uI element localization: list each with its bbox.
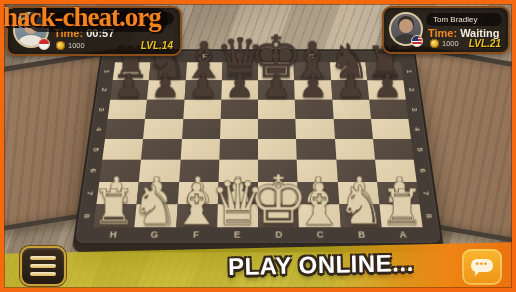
coin-row-right: 1000 (430, 39, 459, 48)
rank-label: 1 (95, 66, 118, 76)
square-E8[interactable]: ♛ (217, 204, 258, 227)
file-label: B (340, 228, 383, 241)
square-A5[interactable] (373, 139, 414, 160)
hamburger-menu-icon (30, 256, 56, 260)
square-B2[interactable]: ♟ (331, 81, 369, 100)
black-pawn[interactable]: ♟ (336, 73, 365, 99)
rank-label: 1 (398, 66, 421, 76)
square-C5[interactable] (296, 139, 336, 160)
square-B5[interactable] (335, 139, 375, 160)
square-H5[interactable] (102, 139, 143, 160)
black-pawn[interactable]: ♟ (188, 73, 217, 99)
file-label: D (258, 228, 300, 241)
square-D2[interactable]: ♟ (258, 81, 295, 100)
file-label: H (92, 228, 135, 241)
black-pawn[interactable]: ♟ (299, 73, 328, 99)
square-H3[interactable] (108, 99, 148, 118)
time-label: Time: (428, 27, 457, 39)
watermark-text: hack-cheat.org (3, 2, 161, 33)
square-D4[interactable] (258, 119, 296, 139)
square-A8[interactable]: ♜ (379, 204, 422, 227)
hamburger-menu-icon (30, 272, 56, 276)
square-C3[interactable] (295, 99, 333, 118)
file-label: C (299, 228, 341, 241)
square-B3[interactable] (332, 99, 371, 118)
chess-app-screen: HGFEDCBA HGFEDCBA 12345678 12345678 ♜♞♝♛… (0, 0, 516, 292)
black-pawn[interactable]: ♟ (225, 73, 254, 99)
rank-label: 4 (87, 123, 112, 134)
files-bottom: HGFEDCBA (92, 228, 425, 241)
square-E2[interactable]: ♟ (221, 81, 258, 100)
square-F5[interactable] (180, 139, 220, 160)
chat-button[interactable]: ••• (462, 249, 502, 285)
square-G4[interactable] (143, 119, 183, 139)
square-G3[interactable] (145, 99, 184, 118)
chess-board[interactable]: HGFEDCBA HGFEDCBA 12345678 12345678 ♜♞♝♛… (73, 49, 444, 245)
play-online-button[interactable]: PLAY ONLINE... (228, 249, 414, 281)
menu-button[interactable] (20, 246, 66, 286)
hamburger-menu-icon (30, 264, 56, 268)
file-label: G (133, 228, 176, 241)
square-B8[interactable]: ♞ (339, 204, 382, 227)
gold-coin-icon (56, 41, 65, 50)
rank-label: 2 (92, 85, 116, 96)
white-queen[interactable]: ♛ (209, 177, 265, 227)
indonesia-flag-icon (38, 38, 50, 50)
white-rook[interactable]: ♜ (380, 188, 424, 228)
square-D3[interactable] (258, 99, 296, 118)
square-E4[interactable] (220, 119, 258, 139)
black-pawn[interactable]: ♟ (114, 73, 143, 99)
square-F4[interactable] (182, 119, 221, 139)
black-pawn[interactable]: ♟ (373, 73, 402, 99)
file-label: E (216, 228, 258, 241)
square-H4[interactable] (105, 119, 145, 139)
file-label: A (382, 228, 425, 241)
square-E3[interactable] (220, 99, 258, 118)
usa-flag-icon (411, 35, 423, 47)
rank-label: 3 (402, 104, 426, 115)
square-E5[interactable] (219, 139, 258, 160)
square-F2[interactable]: ♟ (184, 81, 222, 100)
square-C2[interactable]: ♟ (294, 81, 332, 100)
square-C4[interactable] (296, 119, 335, 139)
player-name-right: Tom Bradley (426, 13, 502, 26)
coin-row-left: 1000 (56, 41, 85, 50)
white-bishop[interactable]: ♝ (294, 182, 345, 228)
rank-label: 2 (400, 85, 424, 96)
square-B4[interactable] (333, 119, 373, 139)
black-pawn[interactable]: ♟ (151, 73, 180, 99)
chat-bubble-icon: ••• (471, 259, 493, 272)
black-pawn[interactable]: ♟ (262, 73, 291, 99)
gold-coin-icon (430, 39, 439, 48)
board-grid: ♜♞♝♛♚♝♞♜♟♟♟♟♟♟♟♟♟♟♟♟♟♟♟♟♜♞♝♛♚♝♞♜ (93, 62, 422, 227)
white-rook[interactable]: ♜ (92, 188, 136, 228)
player-panel-right: Tom Bradley Time:Waiting 1000 LVL.21 (382, 6, 510, 54)
square-F3[interactable] (183, 99, 221, 118)
square-G2[interactable]: ♟ (147, 81, 185, 100)
chat-dots: ••• (471, 259, 493, 270)
square-C8[interactable]: ♝ (298, 204, 340, 227)
square-H2[interactable]: ♟ (110, 81, 149, 100)
file-label: F (175, 228, 217, 241)
coin-value: 1000 (442, 39, 459, 48)
square-D5[interactable] (258, 139, 297, 160)
square-G5[interactable] (141, 139, 181, 160)
board-frame: HGFEDCBA HGFEDCBA 12345678 12345678 ♜♞♝♛… (73, 49, 444, 245)
coin-value: 1000 (68, 41, 85, 50)
rank-label: 4 (405, 123, 430, 134)
rank-label: 3 (89, 104, 113, 115)
level-badge-right: LVL.21 (469, 38, 501, 49)
level-badge-left: LVL.14 (141, 40, 173, 51)
